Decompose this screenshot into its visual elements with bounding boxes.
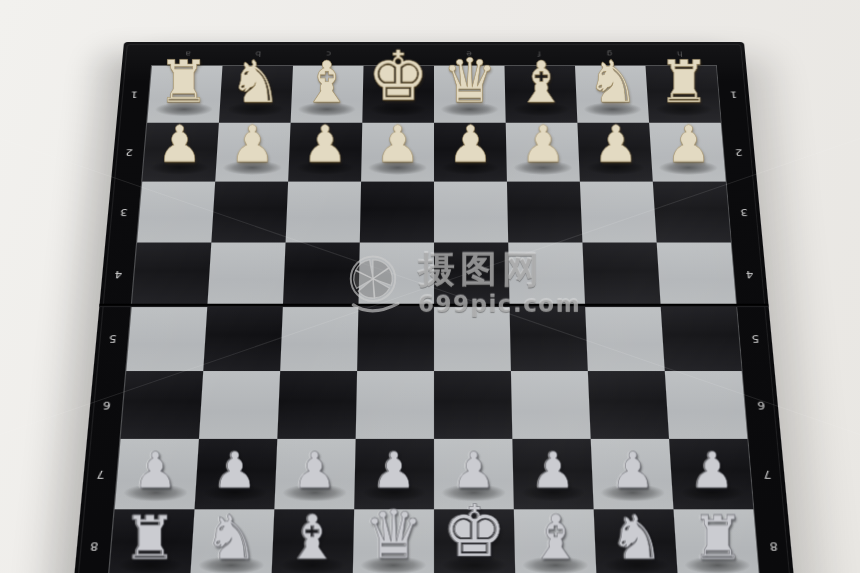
rank-label-left-4: 4 <box>108 267 128 280</box>
rank-label-right-1: 1 <box>724 88 743 99</box>
black-knight-b8[interactable]: ♞ <box>187 506 275 567</box>
black-rook-h8[interactable]: ♜ <box>674 508 762 568</box>
board-fold-seam <box>99 304 769 308</box>
rank-label-left-1: 1 <box>125 88 144 99</box>
rank-label-left-5: 5 <box>102 332 123 345</box>
white-pawn-h2[interactable]: ♟ <box>649 119 728 170</box>
white-pawn-b2[interactable]: ♟ <box>213 119 292 170</box>
rank-label-right-3: 3 <box>734 206 754 218</box>
black-pawn-b7[interactable]: ♟ <box>192 445 278 495</box>
black-pawn-g7[interactable]: ♟ <box>590 445 676 495</box>
white-bishop-c1[interactable]: ♝ <box>288 54 366 111</box>
rank-label-right-7: 7 <box>757 467 779 481</box>
white-pawn-c2[interactable]: ♟ <box>285 119 364 170</box>
black-rook-a8[interactable]: ♜ <box>106 508 194 568</box>
white-knight-b1[interactable]: ♞ <box>217 53 295 111</box>
black-pawn-c7[interactable]: ♟ <box>271 445 357 495</box>
white-queen-e1[interactable]: ♛ <box>431 50 509 111</box>
chessboard-photo: ♜♞♝♚♛♝♞♜♟♟♟♟♟♟♟♟♟♟♟♟♟♟♟♟♜♞♝♛♚♝♞♜ 1122334… <box>124 42 744 573</box>
white-pawn-f2[interactable]: ♟ <box>504 119 583 170</box>
rank-label-right-6: 6 <box>751 398 772 412</box>
rank-label-left-7: 7 <box>90 467 112 481</box>
rank-label-left-6: 6 <box>96 398 117 412</box>
white-pawn-e2[interactable]: ♟ <box>431 119 510 170</box>
white-rook-a1[interactable]: ♜ <box>145 53 223 111</box>
black-pawn-d7[interactable]: ♟ <box>351 445 437 495</box>
rank-label-left-3: 3 <box>114 206 134 218</box>
white-knight-g1[interactable]: ♞ <box>574 53 652 111</box>
rank-label-left-2: 2 <box>119 146 139 158</box>
black-pawn-f7[interactable]: ♟ <box>510 445 596 495</box>
rank-label-left-8: 8 <box>83 538 105 553</box>
black-pawn-a7[interactable]: ♟ <box>112 445 198 495</box>
rank-label-right-4: 4 <box>739 267 759 280</box>
black-bishop-f8[interactable]: ♝ <box>512 506 600 567</box>
pieces-layer: ♜♞♝♚♛♝♞♜♟♟♟♟♟♟♟♟♟♟♟♟♟♟♟♟♜♞♝♛♚♝♞♜ <box>109 66 760 573</box>
white-rook-h1[interactable]: ♜ <box>645 53 723 111</box>
black-queen-d8[interactable]: ♛ <box>349 501 437 568</box>
black-bishop-c8[interactable]: ♝ <box>268 506 356 567</box>
rank-label-right-2: 2 <box>729 146 749 158</box>
rank-label-right-5: 5 <box>745 332 766 345</box>
black-king-e8[interactable]: ♚ <box>431 496 519 568</box>
white-pawn-g2[interactable]: ♟ <box>576 119 655 170</box>
chessboard: ♜♞♝♚♛♝♞♜♟♟♟♟♟♟♟♟♟♟♟♟♟♟♟♟♜♞♝♛♚♝♞♜ 1122334… <box>71 42 798 573</box>
black-pawn-e7[interactable]: ♟ <box>431 445 517 495</box>
white-pawn-a2[interactable]: ♟ <box>140 119 219 170</box>
black-knight-g8[interactable]: ♞ <box>593 506 681 567</box>
white-bishop-f1[interactable]: ♝ <box>502 54 580 111</box>
rank-label-right-8: 8 <box>763 538 785 553</box>
white-pawn-d2[interactable]: ♟ <box>358 119 437 170</box>
white-king-d1[interactable]: ♚ <box>359 43 437 111</box>
black-pawn-h7[interactable]: ♟ <box>669 445 755 495</box>
